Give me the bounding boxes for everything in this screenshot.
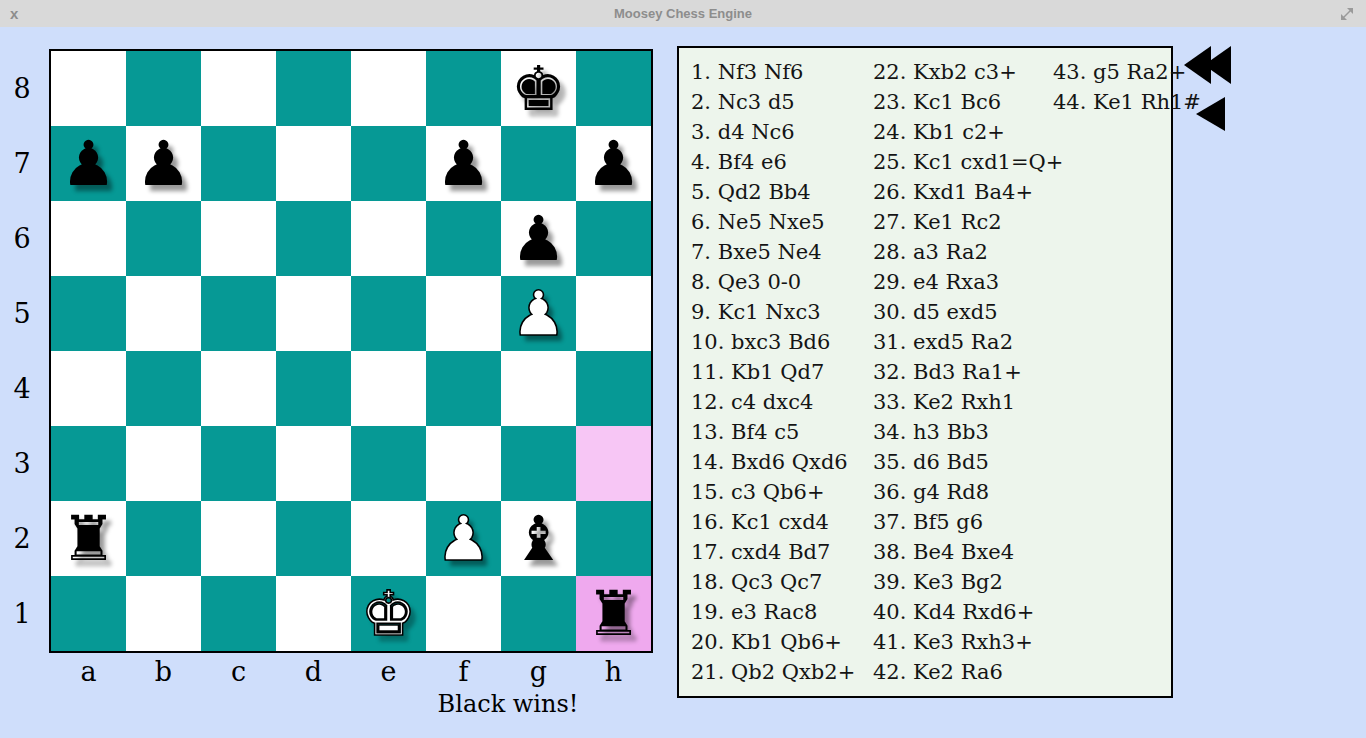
move-row: 44. Ke1 Rh1#: [1053, 87, 1201, 117]
square-b8[interactable]: [126, 51, 201, 126]
move-row: 34. h3 Bb3: [873, 417, 1063, 447]
square-e2[interactable]: [351, 501, 426, 576]
square-e6[interactable]: [351, 201, 426, 276]
square-f7[interactable]: ♟: [426, 126, 501, 201]
square-e1[interactable]: ♚: [351, 576, 426, 651]
move-row: 33. Ke2 Rxh1: [873, 387, 1063, 417]
rank-label-2: 2: [4, 501, 40, 576]
move-row: 25. Kc1 cxd1=Q+: [873, 147, 1063, 177]
square-f2[interactable]: ♟: [426, 501, 501, 576]
move-row: 7. Bxe5 Ne4: [691, 237, 855, 267]
square-e3[interactable]: [351, 426, 426, 501]
move-row: 18. Qc3 Qc7: [691, 567, 855, 597]
black-rook[interactable]: ♜: [586, 576, 642, 651]
square-a4[interactable]: [51, 351, 126, 426]
move-row: 31. exd5 Ra2: [873, 327, 1063, 357]
square-a5[interactable]: [51, 276, 126, 351]
move-row: 12. c4 dxc4: [691, 387, 855, 417]
square-d3[interactable]: [276, 426, 351, 501]
square-e7[interactable]: [351, 126, 426, 201]
move-row: 35. d6 Bd5: [873, 447, 1063, 477]
square-c2[interactable]: [201, 501, 276, 576]
titlebar: x Moosey Chess Engine: [0, 0, 1366, 27]
file-label-d: d: [276, 656, 351, 687]
move-row: 41. Ke3 Rxh3+: [873, 627, 1063, 657]
square-b1[interactable]: [126, 576, 201, 651]
move-list-panel: 1. Nf3 Nf62. Nc3 d53. d4 Nc64. Bf4 e65. …: [677, 46, 1173, 698]
move-row: 27. Ke1 Rc2: [873, 207, 1063, 237]
square-c1[interactable]: [201, 576, 276, 651]
rank-label-6: 6: [4, 201, 40, 276]
move-row: 24. Kb1 c2+: [873, 117, 1063, 147]
move-row: 21. Qb2 Qxb2+: [691, 657, 855, 687]
square-a8[interactable]: [51, 51, 126, 126]
move-row: 8. Qe3 0-0: [691, 267, 855, 297]
square-c8[interactable]: [201, 51, 276, 126]
square-b6[interactable]: [126, 201, 201, 276]
rewind-icon: [1204, 46, 1231, 84]
black-pawn[interactable]: ♟: [586, 126, 642, 201]
move-row: 11. Kb1 Qd7: [691, 357, 855, 387]
square-d1[interactable]: [276, 576, 351, 651]
black-king[interactable]: ♚: [511, 51, 567, 126]
rank-label-1: 1: [4, 576, 40, 651]
square-b5[interactable]: [126, 276, 201, 351]
move-row: 30. d5 exd5: [873, 297, 1063, 327]
move-row: 23. Kc1 Bc6: [873, 87, 1063, 117]
square-h6[interactable]: [576, 201, 651, 276]
file-label-b: b: [126, 656, 201, 687]
square-b2[interactable]: [126, 501, 201, 576]
file-labels: abcdefgh: [51, 656, 651, 687]
square-g2[interactable]: ♝: [501, 501, 576, 576]
square-h8[interactable]: [576, 51, 651, 126]
result-text: Black wins!: [388, 690, 628, 718]
move-row: 16. Kc1 cxd4: [691, 507, 855, 537]
move-row: 3. d4 Nc6: [691, 117, 855, 147]
square-f5[interactable]: [426, 276, 501, 351]
black-pawn[interactable]: ♟: [511, 201, 567, 276]
square-c3[interactable]: [201, 426, 276, 501]
move-row: 43. g5 Ra2+: [1053, 57, 1201, 87]
rank-label-4: 4: [4, 351, 40, 426]
move-row: 32. Bd3 Ra1+: [873, 357, 1063, 387]
move-row: 29. e4 Rxa3: [873, 267, 1063, 297]
square-a1[interactable]: [51, 576, 126, 651]
square-d2[interactable]: [276, 501, 351, 576]
square-f3[interactable]: [426, 426, 501, 501]
file-label-g: g: [501, 656, 576, 687]
square-d6[interactable]: [276, 201, 351, 276]
move-row: 10. bxc3 Bd6: [691, 327, 855, 357]
square-h5[interactable]: [576, 276, 651, 351]
square-a7[interactable]: ♟: [51, 126, 126, 201]
square-e8[interactable]: [351, 51, 426, 126]
square-a6[interactable]: [51, 201, 126, 276]
move-row: 19. e3 Rac8: [691, 597, 855, 627]
square-g5[interactable]: ♟: [501, 276, 576, 351]
square-e4[interactable]: [351, 351, 426, 426]
move-row: 26. Kxd1 Ba4+: [873, 177, 1063, 207]
rewind-to-start-button[interactable]: [1184, 46, 1231, 84]
file-label-e: e: [351, 656, 426, 687]
file-label-f: f: [426, 656, 501, 687]
square-d8[interactable]: [276, 51, 351, 126]
square-g8[interactable]: ♚: [501, 51, 576, 126]
rank-label-3: 3: [4, 426, 40, 501]
square-a3[interactable]: [51, 426, 126, 501]
square-f4[interactable]: [426, 351, 501, 426]
move-row: 42. Ke2 Ra6: [873, 657, 1063, 687]
rank-labels: 87654321: [4, 51, 40, 651]
square-c7[interactable]: [201, 126, 276, 201]
move-row: 38. Be4 Bxe4: [873, 537, 1063, 567]
square-d4[interactable]: [276, 351, 351, 426]
restore-icon[interactable]: [1340, 7, 1354, 21]
square-b7[interactable]: ♟: [126, 126, 201, 201]
square-h1[interactable]: ♜: [576, 576, 651, 651]
black-pawn[interactable]: ♟: [136, 126, 192, 201]
square-g7[interactable]: [501, 126, 576, 201]
black-bishop[interactable]: ♝: [511, 501, 567, 576]
square-g4[interactable]: [501, 351, 576, 426]
rank-label-5: 5: [4, 276, 40, 351]
move-row: 17. cxd4 Bd7: [691, 537, 855, 567]
step-back-button[interactable]: [1196, 97, 1225, 131]
file-label-h: h: [576, 656, 651, 687]
square-f1[interactable]: [426, 576, 501, 651]
square-b3[interactable]: [126, 426, 201, 501]
square-d5[interactable]: [276, 276, 351, 351]
file-label-a: a: [51, 656, 126, 687]
window-title: Moosey Chess Engine: [0, 6, 1366, 21]
rank-label-8: 8: [4, 51, 40, 126]
black-rook[interactable]: ♜: [61, 501, 117, 576]
square-g1[interactable]: [501, 576, 576, 651]
square-h4[interactable]: [576, 351, 651, 426]
black-pawn[interactable]: ♟: [61, 126, 117, 201]
move-row: 14. Bxd6 Qxd6: [691, 447, 855, 477]
square-f6[interactable]: [426, 201, 501, 276]
move-row: 15. c3 Qb6+: [691, 477, 855, 507]
square-c6[interactable]: [201, 201, 276, 276]
move-row: 2. Nc3 d5: [691, 87, 855, 117]
square-g3[interactable]: [501, 426, 576, 501]
square-d7[interactable]: [276, 126, 351, 201]
square-g6[interactable]: ♟: [501, 201, 576, 276]
white-pawn[interactable]: ♟: [436, 501, 492, 576]
rank-label-7: 7: [4, 126, 40, 201]
move-row: 40. Kd4 Rxd6+: [873, 597, 1063, 627]
square-c4[interactable]: [201, 351, 276, 426]
square-e5[interactable]: [351, 276, 426, 351]
white-pawn[interactable]: ♟: [511, 276, 567, 351]
move-row: 6. Ne5 Nxe5: [691, 207, 855, 237]
move-row: 36. g4 Rd8: [873, 477, 1063, 507]
move-row: 1. Nf3 Nf6: [691, 57, 855, 87]
move-column-1: 1. Nf3 Nf62. Nc3 d53. d4 Nc64. Bf4 e65. …: [691, 57, 855, 687]
square-a2[interactable]: ♜: [51, 501, 126, 576]
square-c5[interactable]: [201, 276, 276, 351]
white-king[interactable]: ♚: [361, 576, 417, 651]
square-h3[interactable]: [576, 426, 651, 501]
chess-board: ♚♟♟♟♟♟♟♜♟♝♚♜: [49, 49, 653, 653]
black-pawn[interactable]: ♟: [436, 126, 492, 201]
square-h7[interactable]: ♟: [576, 126, 651, 201]
move-row: 13. Bf4 c5: [691, 417, 855, 447]
move-row: 28. a3 Ra2: [873, 237, 1063, 267]
move-row: 22. Kxb2 c3+: [873, 57, 1063, 87]
square-b4[interactable]: [126, 351, 201, 426]
file-label-c: c: [201, 656, 276, 687]
move-row: 39. Ke3 Bg2: [873, 567, 1063, 597]
move-row: 20. Kb1 Qb6+: [691, 627, 855, 657]
move-row: 5. Qd2 Bb4: [691, 177, 855, 207]
close-icon[interactable]: x: [10, 0, 18, 27]
move-column-2: 22. Kxb2 c3+23. Kc1 Bc624. Kb1 c2+25. Kc…: [873, 57, 1063, 687]
move-row: 9. Kc1 Nxc3: [691, 297, 855, 327]
square-h2[interactable]: [576, 501, 651, 576]
square-f8[interactable]: [426, 51, 501, 126]
move-column-3: 43. g5 Ra2+44. Ke1 Rh1#: [1053, 57, 1201, 117]
move-row: 37. Bf5 g6: [873, 507, 1063, 537]
move-row: 4. Bf4 e6: [691, 147, 855, 177]
step-back-icon: [1196, 97, 1225, 131]
